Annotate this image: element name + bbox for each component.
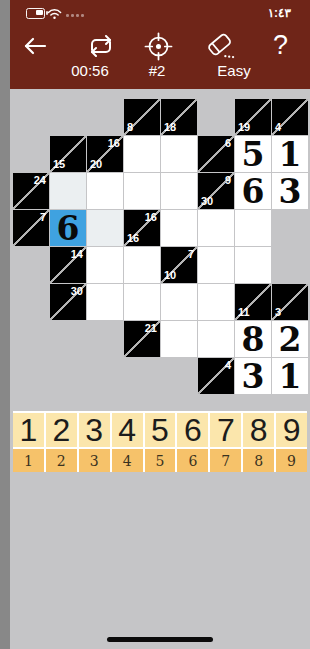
down-clue: 15 [53, 159, 65, 170]
clue-cell: 4 [198, 358, 234, 394]
cell-value: 1 [272, 358, 308, 394]
entry-cell[interactable]: 1 [272, 358, 308, 394]
status-time: ١:٤٣ [268, 6, 291, 20]
numpad-key-1[interactable]: 1 [13, 413, 44, 447]
clue-cell: 8 [124, 99, 160, 135]
entry-cell[interactable] [198, 284, 234, 320]
void-cell [13, 247, 49, 283]
number-pad: 123456789 123456789 [13, 411, 307, 472]
puzzle-number: #2 [149, 62, 166, 79]
clue-cell: 18 [161, 99, 197, 135]
clue-cell: 24 [13, 173, 49, 209]
down-clue: 18 [164, 122, 176, 133]
entry-cell[interactable] [161, 210, 197, 246]
void-cell [161, 358, 197, 394]
void-cell [272, 210, 308, 246]
numpad-key-3[interactable]: 3 [79, 413, 110, 447]
numpad-key-4[interactable]: 4 [112, 413, 143, 447]
void-cell [13, 321, 49, 357]
across-clue: 24 [34, 175, 46, 186]
entry-cell[interactable] [161, 321, 197, 357]
entry-cell[interactable] [161, 173, 197, 209]
entry-cell[interactable] [235, 247, 271, 283]
void-cell [87, 99, 123, 135]
across-clue: 7 [188, 249, 194, 260]
numpad-small-key-3[interactable]: 3 [79, 449, 110, 472]
void-cell [50, 99, 86, 135]
header-bar: ١:٤٣ [10, 0, 310, 89]
down-clue: 11 [238, 307, 250, 318]
numpad-small-key-7[interactable]: 7 [210, 449, 241, 472]
entry-cell[interactable]: 3 [235, 358, 271, 394]
numpad-small-key-1[interactable]: 1 [13, 449, 44, 472]
entry-cell[interactable]: 2 [272, 321, 308, 357]
entry-cell[interactable] [87, 210, 123, 246]
down-clue: 19 [238, 122, 250, 133]
down-clue: 30 [201, 196, 213, 207]
cell-value: 6 [50, 210, 86, 246]
cell-value: 3 [272, 173, 308, 209]
clue-cell: 11 [235, 284, 271, 320]
down-clue: 8 [127, 122, 133, 133]
app-screen: ١:٤٣ [10, 0, 310, 649]
clue-cell: 19 [235, 99, 271, 135]
entry-cell[interactable] [124, 136, 160, 172]
restart-button[interactable] [88, 35, 114, 57]
entry-cell[interactable] [87, 247, 123, 283]
numpad-small-key-8[interactable]: 8 [243, 449, 274, 472]
entry-cell[interactable] [198, 210, 234, 246]
void-cell [13, 284, 49, 320]
clue-cell: 6 [198, 136, 234, 172]
entry-cell[interactable] [198, 321, 234, 357]
clue-cell: 7 [13, 210, 49, 246]
void-cell [50, 358, 86, 394]
clue-cell: 1620 [87, 136, 123, 172]
cell-value: 5 [235, 136, 271, 172]
across-clue: 16 [108, 138, 120, 149]
void-cell [198, 99, 234, 135]
entry-cell[interactable] [87, 173, 123, 209]
numpad-large-row: 123456789 [13, 413, 307, 447]
across-clue: 16 [145, 212, 157, 223]
clue-cell: 21 [124, 321, 160, 357]
numpad-small-key-6[interactable]: 6 [177, 449, 208, 472]
entry-cell[interactable] [124, 173, 160, 209]
numpad-key-2[interactable]: 2 [46, 413, 77, 447]
numpad-key-9[interactable]: 9 [276, 413, 307, 447]
entry-cell[interactable]: 1 [272, 136, 308, 172]
selected-entry-cell[interactable]: 6 [50, 210, 86, 246]
down-clue: 10 [164, 270, 176, 281]
void-cell [13, 136, 49, 172]
eraser-button[interactable] [207, 33, 236, 60]
across-clue: 14 [71, 249, 83, 260]
entry-cell[interactable] [124, 247, 160, 283]
battery-icon [26, 8, 45, 19]
across-clue: 9 [225, 175, 231, 186]
entry-cell[interactable]: 6 [235, 173, 271, 209]
void-cell [13, 358, 49, 394]
kakuro-grid: 8181941516206512493063761616147103011321… [13, 99, 308, 394]
numpad-small-key-5[interactable]: 5 [145, 449, 176, 472]
timer-label: 00:56 [71, 62, 109, 79]
entry-cell[interactable] [198, 247, 234, 283]
void-cell [272, 247, 308, 283]
entry-cell[interactable] [235, 210, 271, 246]
entry-cell[interactable] [50, 173, 86, 209]
help-button[interactable]: ? [272, 32, 289, 59]
cell-value: 8 [235, 321, 271, 357]
clue-cell: 1616 [124, 210, 160, 246]
cell-value: 6 [235, 173, 271, 209]
across-clue: 30 [71, 286, 83, 297]
clue-cell: 15 [50, 136, 86, 172]
clue-cell: 4 [272, 99, 308, 135]
cell-value: 3 [235, 358, 271, 394]
cellular-signal-icon [66, 14, 84, 17]
numpad-key-8[interactable]: 8 [243, 413, 274, 447]
entry-cell[interactable]: 8 [235, 321, 271, 357]
across-clue: 7 [40, 212, 46, 223]
void-cell [13, 99, 49, 135]
question-mark-icon: ? [273, 32, 288, 59]
entry-cell[interactable] [161, 136, 197, 172]
down-clue: 16 [127, 233, 139, 244]
clue-cell: 3 [272, 284, 308, 320]
numpad-small-row: 123456789 [13, 449, 307, 472]
numpad-small-key-9[interactable]: 9 [276, 449, 307, 472]
void-cell [124, 358, 160, 394]
across-clue: 21 [145, 323, 157, 334]
entry-cell[interactable] [87, 284, 123, 320]
across-clue: 6 [225, 138, 231, 149]
entry-cell[interactable]: 5 [235, 136, 271, 172]
cell-value: 2 [272, 321, 308, 357]
void-cell [87, 321, 123, 357]
down-clue: 4 [275, 122, 281, 133]
home-indicator[interactable] [107, 637, 213, 642]
clue-cell: 14 [50, 247, 86, 283]
target-button[interactable] [144, 32, 173, 61]
entry-cell[interactable] [124, 284, 160, 320]
cell-value: 1 [272, 136, 308, 172]
clue-cell: 930 [198, 173, 234, 209]
numpad-small-key-2[interactable]: 2 [46, 449, 77, 472]
void-cell [87, 358, 123, 394]
numpad-key-5[interactable]: 5 [145, 413, 176, 447]
numpad-key-7[interactable]: 7 [210, 413, 241, 447]
back-button[interactable] [23, 36, 47, 56]
down-clue: 20 [90, 159, 102, 170]
numpad-small-key-4[interactable]: 4 [112, 449, 143, 472]
down-clue: 3 [275, 307, 281, 318]
difficulty-label: Easy [217, 62, 250, 79]
void-cell [50, 321, 86, 357]
entry-cell[interactable] [161, 284, 197, 320]
numpad-key-6[interactable]: 6 [177, 413, 208, 447]
clue-cell: 30 [50, 284, 86, 320]
across-clue: 4 [225, 360, 231, 371]
wifi-icon [47, 8, 62, 20]
entry-cell[interactable]: 3 [272, 173, 308, 209]
clue-cell: 710 [161, 247, 197, 283]
